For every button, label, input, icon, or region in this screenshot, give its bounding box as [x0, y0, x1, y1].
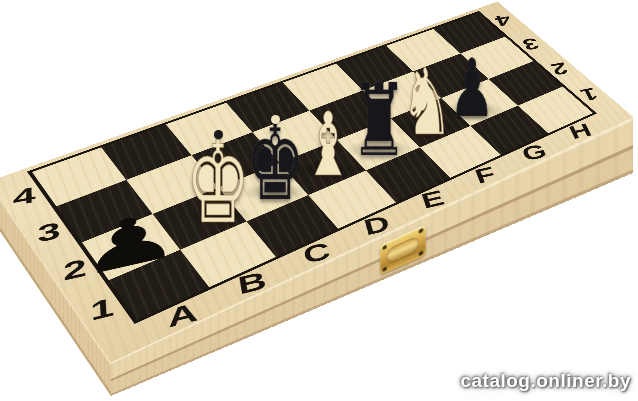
king-finial — [271, 115, 280, 124]
white-bishop-icon: ♝ — [303, 101, 353, 189]
king-finial — [214, 130, 223, 139]
white-king-icon: ♚ — [185, 126, 250, 240]
black-king-icon: ♚ — [245, 111, 305, 215]
printed-pawn-decoration: ♟ — [82, 214, 180, 280]
white-knight-icon: ♞ — [401, 57, 454, 149]
black-rook-icon: ♜ — [350, 71, 407, 171]
watermark: catalog.onliner.by — [460, 370, 631, 392]
black-pawn-icon: ♟ — [449, 49, 495, 129]
scene: 4321 4321 ABCDEFGH ♟ catalog.onliner.by … — [0, 0, 638, 401]
